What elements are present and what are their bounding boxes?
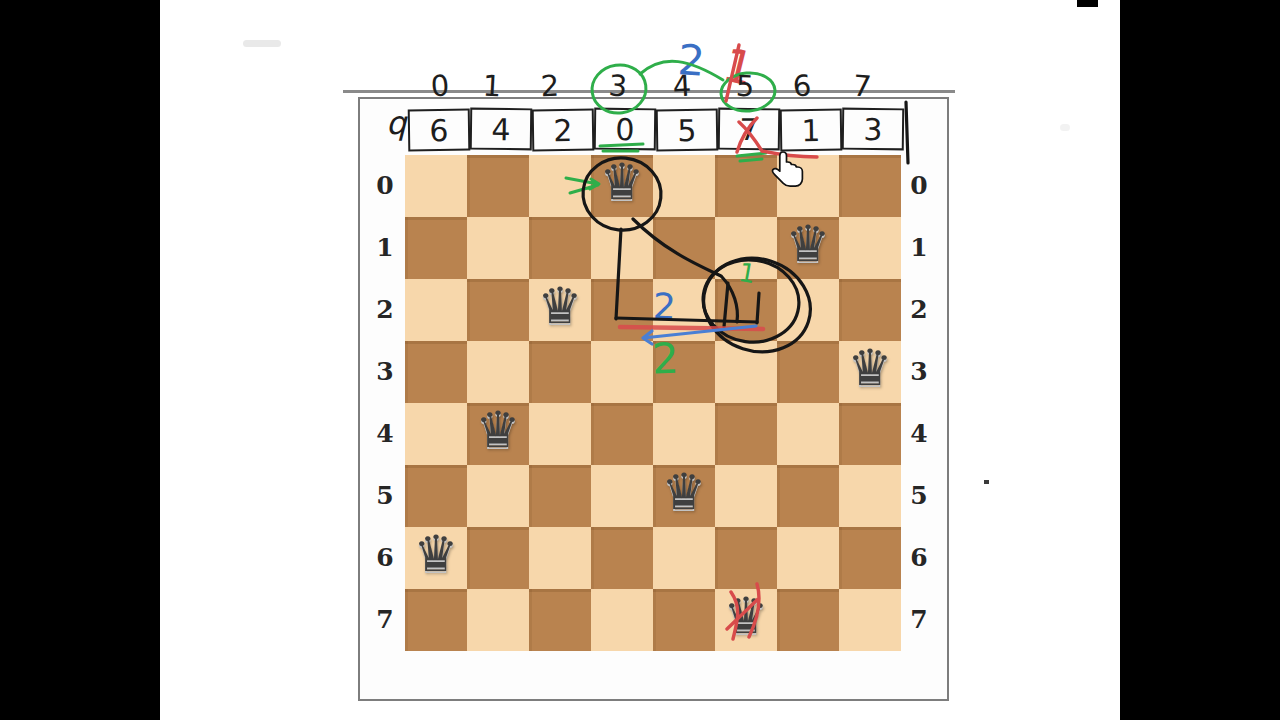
board-square[interactable] <box>839 527 901 589</box>
board-square[interactable] <box>839 403 901 465</box>
board-square[interactable] <box>591 217 653 279</box>
black-queen[interactable]: ♛ <box>405 523 467 585</box>
board-square[interactable] <box>777 403 839 465</box>
row-label-left: 3 <box>368 341 402 403</box>
column-label-top: 7 <box>842 66 881 105</box>
array-cell: 3 <box>842 108 905 151</box>
board-square[interactable] <box>467 465 529 527</box>
board-square[interactable] <box>591 341 653 403</box>
column-label-top: 2 <box>531 67 568 104</box>
ink-dot <box>984 480 989 484</box>
row-label-left: 2 <box>368 279 402 341</box>
black-queen[interactable]: ♛ <box>467 399 529 461</box>
row-label-left: 4 <box>368 403 402 465</box>
board-square[interactable] <box>467 279 529 341</box>
column-label-top: 0 <box>421 67 459 105</box>
array-row: 64205713 <box>408 108 904 150</box>
board-square[interactable]: ♛ <box>467 403 529 465</box>
board-square[interactable] <box>653 589 715 651</box>
board-square[interactable] <box>777 465 839 527</box>
board-square[interactable] <box>467 589 529 651</box>
board-square[interactable] <box>777 527 839 589</box>
board-square[interactable]: ♛ <box>777 217 839 279</box>
array-cell: 7 <box>718 108 781 151</box>
board-grid: ♛♛♛♛♛♛♛♛ <box>405 155 901 651</box>
board-square[interactable] <box>405 155 467 217</box>
row-label-right: 5 <box>902 465 936 527</box>
board-square[interactable] <box>653 217 715 279</box>
board-square[interactable]: ♛ <box>529 279 591 341</box>
black-queen[interactable]: ♛ <box>839 337 901 399</box>
board-square[interactable]: ♛ <box>405 527 467 589</box>
board-square[interactable] <box>839 279 901 341</box>
board-square[interactable] <box>715 527 777 589</box>
column-label-top: 3 <box>599 67 637 105</box>
board-square[interactable] <box>591 527 653 589</box>
board-square[interactable] <box>467 341 529 403</box>
black-queen[interactable]: ♛ <box>715 585 777 647</box>
black-queen[interactable]: ♛ <box>777 213 839 275</box>
board-square[interactable] <box>839 217 901 279</box>
board-square[interactable] <box>653 155 715 217</box>
board-square[interactable] <box>653 527 715 589</box>
black-queen[interactable]: ♛ <box>529 275 591 337</box>
board-square[interactable] <box>405 403 467 465</box>
column-label-top: 1 <box>473 67 511 105</box>
board-square[interactable] <box>715 279 777 341</box>
board-square[interactable] <box>529 155 591 217</box>
array-cell: 2 <box>532 109 595 152</box>
board-square[interactable] <box>405 279 467 341</box>
row-label-right: 2 <box>902 279 936 341</box>
black-queen[interactable]: ♛ <box>653 461 715 523</box>
board-square[interactable] <box>405 217 467 279</box>
array-cell: 1 <box>780 109 843 152</box>
board-square[interactable] <box>529 589 591 651</box>
board-square[interactable] <box>405 341 467 403</box>
column-label-top: 6 <box>783 67 821 105</box>
row-label-right: 4 <box>902 403 936 465</box>
array-name-label: q <box>386 104 406 142</box>
board-square[interactable] <box>777 589 839 651</box>
board-square[interactable] <box>777 279 839 341</box>
board-square[interactable] <box>405 465 467 527</box>
board-square[interactable] <box>591 589 653 651</box>
row-label-right: 1 <box>902 217 936 279</box>
board-square[interactable] <box>467 217 529 279</box>
board-square[interactable] <box>777 341 839 403</box>
row-label-left: 5 <box>368 465 402 527</box>
mid-blue-count: 2 <box>652 286 676 328</box>
board-square[interactable] <box>529 465 591 527</box>
board-square[interactable] <box>715 155 777 217</box>
row-label-right: 6 <box>902 527 936 589</box>
row-label-left: 0 <box>368 155 402 217</box>
board-square[interactable] <box>715 465 777 527</box>
frame-notch <box>1077 0 1098 7</box>
array-cell: 5 <box>656 109 719 152</box>
board-square[interactable]: ♛ <box>653 465 715 527</box>
array-cell: 0 <box>594 108 657 151</box>
column-label-top: 5 <box>726 67 763 104</box>
board-square[interactable] <box>653 403 715 465</box>
row-label-right: 3 <box>902 341 936 403</box>
pencil-smudge <box>243 40 281 47</box>
board-square[interactable] <box>529 341 591 403</box>
board-square[interactable] <box>777 155 839 217</box>
row-label-left: 7 <box>368 589 402 651</box>
board-square[interactable]: ♛ <box>839 341 901 403</box>
board-square[interactable] <box>467 527 529 589</box>
board-square[interactable] <box>467 155 529 217</box>
black-queen[interactable]: ♛ <box>591 151 653 213</box>
board-square[interactable] <box>529 403 591 465</box>
board-square[interactable] <box>529 527 591 589</box>
mid-green-count: 2 <box>651 334 679 384</box>
board-square[interactable] <box>839 155 901 217</box>
pencil-smudge <box>1060 124 1070 131</box>
row-label-left: 6 <box>368 527 402 589</box>
board-square[interactable] <box>715 403 777 465</box>
board-square[interactable] <box>591 465 653 527</box>
row-label-left: 1 <box>368 217 402 279</box>
board-square[interactable]: ♛ <box>591 155 653 217</box>
array-cell: 4 <box>470 108 533 151</box>
board-square[interactable] <box>591 403 653 465</box>
array-cell: 6 <box>408 109 471 152</box>
board-square[interactable] <box>839 465 901 527</box>
board-square[interactable] <box>715 341 777 403</box>
video-frame: ♛♛♛♛♛♛♛♛ q 64205713 2 1 2 2 1 <box>0 0 1280 720</box>
board-square[interactable] <box>529 217 591 279</box>
row-label-right: 7 <box>902 589 936 651</box>
board-square[interactable] <box>405 589 467 651</box>
board-square[interactable]: ♛ <box>715 589 777 651</box>
board-square[interactable] <box>591 279 653 341</box>
column-label-top: 4 <box>663 67 701 105</box>
row-label-right: 0 <box>902 155 936 217</box>
board-square[interactable] <box>839 589 901 651</box>
